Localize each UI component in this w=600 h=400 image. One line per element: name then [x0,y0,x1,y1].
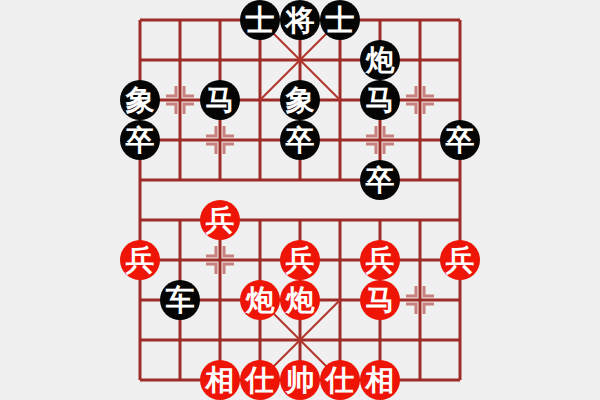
piece-black-elephant[interactable]: 象 [120,80,160,120]
piece-red-cannon[interactable]: 炮 [280,280,320,320]
piece-red-advisor[interactable]: 仕 [240,360,280,400]
piece-red-advisor[interactable]: 仕 [320,360,360,400]
piece-red-elephant[interactable]: 相 [200,360,240,400]
piece-black-horse[interactable]: 马 [360,80,400,120]
piece-red-soldier[interactable]: 兵 [200,200,240,240]
pieces-layer: 士将士炮象马象马卒卒卒卒兵兵兵兵兵车炮炮马相仕帅仕相 [120,0,480,400]
piece-red-general[interactable]: 帅 [280,360,320,400]
piece-red-soldier[interactable]: 兵 [360,240,400,280]
piece-black-advisor[interactable]: 士 [240,0,280,40]
piece-black-advisor[interactable]: 士 [320,0,360,40]
piece-black-soldier[interactable]: 卒 [440,120,480,160]
piece-red-soldier[interactable]: 兵 [120,240,160,280]
piece-black-general[interactable]: 将 [280,0,320,40]
piece-black-elephant[interactable]: 象 [280,80,320,120]
piece-red-horse[interactable]: 马 [360,280,400,320]
piece-black-cannon[interactable]: 炮 [360,40,400,80]
piece-red-soldier[interactable]: 兵 [440,240,480,280]
piece-black-soldier[interactable]: 卒 [120,120,160,160]
piece-red-elephant[interactable]: 相 [360,360,400,400]
piece-black-soldier[interactable]: 卒 [280,120,320,160]
piece-red-soldier[interactable]: 兵 [280,240,320,280]
piece-black-chariot[interactable]: 车 [160,280,200,320]
piece-red-cannon[interactable]: 炮 [240,280,280,320]
piece-black-soldier[interactable]: 卒 [360,160,400,200]
xiangqi-app-canvas: 士将士炮象马象马卒卒卒卒兵兵兵兵兵车炮炮马相仕帅仕相 [0,0,600,400]
piece-black-horse[interactable]: 马 [200,80,240,120]
